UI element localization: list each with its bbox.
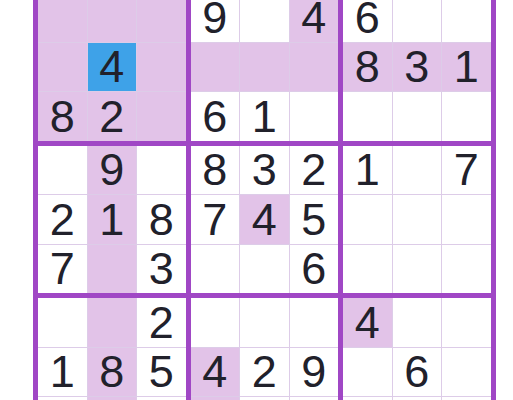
cell-r3c4[interactable]: 6: [191, 92, 240, 141]
cell-r6c4[interactable]: [191, 245, 240, 294]
cell-r2c7[interactable]: 8: [343, 43, 392, 92]
cell-r5c1[interactable]: 2: [38, 195, 87, 244]
cell-r4c3[interactable]: [137, 146, 186, 195]
cell-r3c2[interactable]: 2: [88, 92, 137, 141]
cell-r1c6[interactable]: 4: [290, 0, 339, 42]
cell-r3c1[interactable]: 8: [38, 92, 87, 141]
cell-r7c9[interactable]: [442, 298, 491, 347]
cell-r5c8[interactable]: [393, 195, 442, 244]
cell-r7c1[interactable]: [38, 298, 87, 347]
cell-r6c1[interactable]: 7: [38, 245, 87, 294]
cell-r2c6[interactable]: [290, 43, 339, 92]
cell-r5c7[interactable]: [343, 195, 392, 244]
cell-r6c2[interactable]: [88, 245, 137, 294]
cell-r5c6[interactable]: 5: [290, 195, 339, 244]
cell-r7c2[interactable]: [88, 298, 137, 347]
cell-r7c3[interactable]: 2: [137, 298, 186, 347]
cell-r3c8[interactable]: [393, 92, 442, 141]
cell-r5c9[interactable]: [442, 195, 491, 244]
cell-r8c2[interactable]: 8: [88, 348, 137, 397]
cell-r1c8[interactable]: [393, 0, 442, 42]
cell-r3c7[interactable]: [343, 92, 392, 141]
cell-r4c7[interactable]: 1: [343, 146, 392, 195]
cell-r5c2[interactable]: 1: [88, 195, 137, 244]
cell-r4c9[interactable]: 7: [442, 146, 491, 195]
cell-r7c8[interactable]: [393, 298, 442, 347]
cell-r6c3[interactable]: 3: [137, 245, 186, 294]
cell-r7c6[interactable]: [290, 298, 339, 347]
cell-r1c2[interactable]: [88, 0, 137, 42]
cell-r5c4[interactable]: 7: [191, 195, 240, 244]
cell-r1c9[interactable]: [442, 0, 491, 42]
cell-r4c8[interactable]: [393, 146, 442, 195]
cell-r2c9[interactable]: 1: [442, 43, 491, 92]
cell-r8c1[interactable]: 1: [38, 348, 87, 397]
cell-r7c5[interactable]: [240, 298, 289, 347]
cell-r7c4[interactable]: [191, 298, 240, 347]
cell-r1c5[interactable]: [240, 0, 289, 42]
cell-r8c5[interactable]: 2: [240, 348, 289, 397]
cell-r6c9[interactable]: [442, 245, 491, 294]
cell-r1c3[interactable]: [137, 0, 186, 42]
cell-r2c1[interactable]: [38, 43, 87, 92]
cell-r8c8[interactable]: 6: [393, 348, 442, 397]
cell-r8c4[interactable]: 4: [191, 348, 240, 397]
cell-r2c3[interactable]: [137, 43, 186, 92]
cell-r6c6[interactable]: 6: [290, 245, 339, 294]
cell-r4c6[interactable]: 2: [290, 146, 339, 195]
cell-r4c4[interactable]: 8: [191, 146, 240, 195]
cell-r1c4[interactable]: 9: [191, 0, 240, 42]
cell-r2c2[interactable]: 4: [88, 43, 137, 92]
cell-r2c8[interactable]: 3: [393, 43, 442, 92]
cell-r3c5[interactable]: 1: [240, 92, 289, 141]
cell-r1c1[interactable]: [38, 0, 87, 42]
cell-r1c7[interactable]: 6: [343, 0, 392, 42]
cell-r7c7[interactable]: 4: [343, 298, 392, 347]
cell-r3c3[interactable]: [137, 92, 186, 141]
sudoku-app-viewport: 94648318261983217218745736241854296: [0, 0, 513, 400]
cell-r3c9[interactable]: [442, 92, 491, 141]
cell-r2c4[interactable]: [191, 43, 240, 92]
cell-r4c2[interactable]: 9: [88, 146, 137, 195]
cell-r8c6[interactable]: 9: [290, 348, 339, 397]
cell-r8c7[interactable]: [343, 348, 392, 397]
cell-r5c3[interactable]: 8: [137, 195, 186, 244]
cell-r5c5[interactable]: 4: [240, 195, 289, 244]
cell-r3c6[interactable]: [290, 92, 339, 141]
cell-r8c3[interactable]: 5: [137, 348, 186, 397]
cell-r6c5[interactable]: [240, 245, 289, 294]
cell-r6c8[interactable]: [393, 245, 442, 294]
cell-r6c7[interactable]: [343, 245, 392, 294]
cell-r8c9[interactable]: [442, 348, 491, 397]
cell-r4c5[interactable]: 3: [240, 146, 289, 195]
sudoku-board: 94648318261983217218745736241854296: [33, 0, 496, 400]
cell-r4c1[interactable]: [38, 146, 87, 195]
cell-r2c5[interactable]: [240, 43, 289, 92]
